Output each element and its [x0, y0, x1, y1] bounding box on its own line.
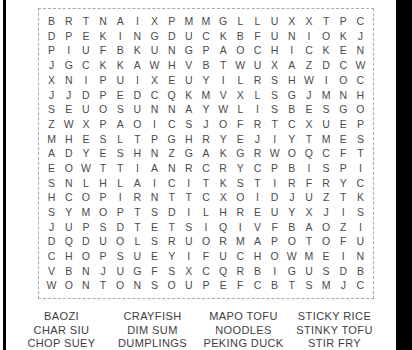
grid-cell-r5c19[interactable]: C [352, 73, 369, 88]
grid-cell-r3c11[interactable]: A [215, 43, 232, 58]
grid-cell-r2c18[interactable]: K [335, 29, 352, 44]
grid-cell-r3c4[interactable]: F [94, 43, 111, 58]
grid-cell-r9c17[interactable]: M [318, 131, 335, 146]
grid-cell-r7c18[interactable]: G [335, 102, 352, 117]
grid-cell-r15c17[interactable]: O [318, 220, 335, 235]
grid-cell-r4c4[interactable]: K [94, 58, 111, 73]
grid-cell-r12c13[interactable]: T [249, 176, 266, 191]
grid-cell-r13c1[interactable]: H [43, 190, 60, 205]
grid-cell-r11c8[interactable]: N [163, 161, 180, 176]
grid-cell-r6c15[interactable]: G [283, 87, 300, 102]
grid-cell-r17c5[interactable]: S [112, 249, 129, 264]
grid-cell-r6c13[interactable]: L [249, 87, 266, 102]
grid-cell-r18c7[interactable]: F [146, 264, 163, 279]
grid-cell-r14c13[interactable]: E [249, 205, 266, 220]
grid-cell-r1c1[interactable]: B [43, 14, 60, 29]
grid-cell-r15c13[interactable]: V [249, 220, 266, 235]
grid-cell-r1c12[interactable]: L [232, 14, 249, 29]
grid-cell-r14c4[interactable]: O [94, 205, 111, 220]
grid-cell-r17c7[interactable]: E [146, 249, 163, 264]
grid-cell-r6c14[interactable]: S [266, 87, 283, 102]
grid-cell-r16c11[interactable]: R [215, 234, 232, 249]
grid-cell-r11c6[interactable]: I [129, 161, 146, 176]
grid-cell-r11c5[interactable]: T [112, 161, 129, 176]
grid-cell-r5c4[interactable]: P [94, 73, 111, 88]
grid-cell-r5c11[interactable]: I [215, 73, 232, 88]
grid-cell-r10c4[interactable]: E [94, 146, 111, 161]
grid-cell-r7c7[interactable]: N [146, 102, 163, 117]
grid-cell-r7c2[interactable]: E [60, 102, 77, 117]
grid-cell-r1c7[interactable]: X [146, 14, 163, 29]
grid-cell-r19c7[interactable]: S [146, 278, 163, 293]
grid-cell-r8c2[interactable]: W [60, 117, 77, 132]
grid-cell-r18c2[interactable]: B [60, 264, 77, 279]
grid-cell-r11c2[interactable]: O [60, 161, 77, 176]
grid-cell-r1c4[interactable]: N [94, 14, 111, 29]
grid-cell-r2c12[interactable]: B [232, 29, 249, 44]
grid-cell-r1c16[interactable]: X [300, 14, 317, 29]
grid-cell-r10c15[interactable]: O [283, 146, 300, 161]
grid-cell-r5c16[interactable]: W [300, 73, 317, 88]
grid-cell-r11c7[interactable]: A [146, 161, 163, 176]
grid-cell-r8c12[interactable]: F [232, 117, 249, 132]
grid-cell-r18c18[interactable]: D [335, 264, 352, 279]
grid-cell-r4c13[interactable]: U [249, 58, 266, 73]
grid-cell-r10c16[interactable]: Q [300, 146, 317, 161]
grid-cell-r7c19[interactable]: O [352, 102, 369, 117]
grid-cell-r17c11[interactable]: U [215, 249, 232, 264]
grid-cell-r16c8[interactable]: R [163, 234, 180, 249]
grid-cell-r6c16[interactable]: J [300, 87, 317, 102]
grid-cell-r2c4[interactable]: K [94, 29, 111, 44]
grid-cell-r13c8[interactable]: T [163, 190, 180, 205]
grid-cell-r2c5[interactable]: I [112, 29, 129, 44]
grid-cell-r5c1[interactable]: X [43, 73, 60, 88]
grid-cell-r1c11[interactable]: G [215, 14, 232, 29]
grid-cell-r8c4[interactable]: P [94, 117, 111, 132]
grid-cell-r12c18[interactable]: Y [335, 176, 352, 191]
grid-cell-r15c2[interactable]: U [60, 220, 77, 235]
grid-cell-r4c5[interactable]: K [112, 58, 129, 73]
grid-cell-r5c6[interactable]: I [129, 73, 146, 88]
grid-cell-r7c5[interactable]: S [112, 102, 129, 117]
grid-cell-r17c14[interactable]: O [266, 249, 283, 264]
grid-cell-r9c12[interactable]: E [232, 131, 249, 146]
grid-cell-r12c3[interactable]: L [77, 176, 94, 191]
grid-cell-r2c15[interactable]: N [283, 29, 300, 44]
grid-cell-r7c4[interactable]: O [94, 102, 111, 117]
grid-cell-r6c19[interactable]: H [352, 87, 369, 102]
grid-cell-r13c6[interactable]: R [129, 190, 146, 205]
grid-cell-r14c8[interactable]: D [163, 205, 180, 220]
grid-cell-r10c13[interactable]: R [249, 146, 266, 161]
grid-cell-r9c19[interactable]: S [352, 131, 369, 146]
grid-cell-r13c2[interactable]: C [60, 190, 77, 205]
grid-cell-r14c18[interactable]: I [335, 205, 352, 220]
grid-cell-r10c5[interactable]: S [112, 146, 129, 161]
grid-cell-r12c12[interactable]: S [232, 176, 249, 191]
grid-cell-r5c7[interactable]: X [146, 73, 163, 88]
grid-cell-r18c9[interactable]: X [180, 264, 197, 279]
grid-cell-r18c19[interactable]: B [352, 264, 369, 279]
grid-cell-r5c18[interactable]: O [335, 73, 352, 88]
grid-cell-r10c18[interactable]: F [335, 146, 352, 161]
grid-cell-r18c12[interactable]: R [232, 264, 249, 279]
grid-cell-r19c12[interactable]: F [232, 278, 249, 293]
grid-cell-r14c17[interactable]: J [318, 205, 335, 220]
grid-cell-r12c16[interactable]: F [300, 176, 317, 191]
grid-cell-r5c14[interactable]: S [266, 73, 283, 88]
grid-cell-r16c3[interactable]: D [77, 234, 94, 249]
grid-cell-r15c12[interactable]: I [232, 220, 249, 235]
grid-cell-r3c19[interactable]: N [352, 43, 369, 58]
grid-cell-r18c15[interactable]: G [283, 264, 300, 279]
grid-cell-r1c2[interactable]: R [60, 14, 77, 29]
grid-cell-r5c10[interactable]: Y [197, 73, 214, 88]
grid-cell-r16c1[interactable]: D [43, 234, 60, 249]
grid-cell-r12c5[interactable]: L [112, 176, 129, 191]
grid-cell-r5c17[interactable]: I [318, 73, 335, 88]
grid-cell-r8c10[interactable]: J [197, 117, 214, 132]
grid-cell-r7c13[interactable]: I [249, 102, 266, 117]
grid-cell-r12c1[interactable]: S [43, 176, 60, 191]
grid-cell-r19c14[interactable]: B [266, 278, 283, 293]
grid-cell-r1c5[interactable]: A [112, 14, 129, 29]
grid-cell-r16c12[interactable]: M [232, 234, 249, 249]
grid-cell-r3c10[interactable]: P [197, 43, 214, 58]
grid-cell-r9c18[interactable]: E [335, 131, 352, 146]
grid-cell-r1c10[interactable]: M [197, 14, 214, 29]
grid-cell-r3c18[interactable]: E [335, 43, 352, 58]
grid-cell-r14c10[interactable]: L [197, 205, 214, 220]
grid-cell-r14c3[interactable]: M [77, 205, 94, 220]
grid-cell-r7c15[interactable]: B [283, 102, 300, 117]
grid-cell-r7c14[interactable]: S [266, 102, 283, 117]
grid-cell-r13c17[interactable]: Z [318, 190, 335, 205]
grid-cell-r9c1[interactable]: M [43, 131, 60, 146]
grid-cell-r2c6[interactable]: N [129, 29, 146, 44]
grid-cell-r7c6[interactable]: U [129, 102, 146, 117]
grid-cell-r9c5[interactable]: L [112, 131, 129, 146]
grid-cell-r18c13[interactable]: B [249, 264, 266, 279]
grid-cell-r19c11[interactable]: E [215, 278, 232, 293]
grid-cell-r6c6[interactable]: D [129, 87, 146, 102]
grid-cell-r2c13[interactable]: F [249, 29, 266, 44]
grid-cell-r4c10[interactable]: B [197, 58, 214, 73]
grid-cell-r2c10[interactable]: C [197, 29, 214, 44]
grid-cell-r1c14[interactable]: U [266, 14, 283, 29]
grid-cell-r14c9[interactable]: I [180, 205, 197, 220]
grid-cell-r1c15[interactable]: X [283, 14, 300, 29]
grid-cell-r16c13[interactable]: A [249, 234, 266, 249]
grid-cell-r6c3[interactable]: D [77, 87, 94, 102]
grid-cell-r3c1[interactable]: P [43, 43, 60, 58]
grid-cell-r5c15[interactable]: H [283, 73, 300, 88]
grid-cell-r4c14[interactable]: X [266, 58, 283, 73]
grid-cell-r13c15[interactable]: J [283, 190, 300, 205]
grid-cell-r15c9[interactable]: S [180, 220, 197, 235]
grid-cell-r6c12[interactable]: X [232, 87, 249, 102]
grid-cell-r9c13[interactable]: J [249, 131, 266, 146]
grid-cell-r16c9[interactable]: U [180, 234, 197, 249]
grid-cell-r1c8[interactable]: P [163, 14, 180, 29]
grid-cell-r9c15[interactable]: Y [283, 131, 300, 146]
grid-cell-r17c19[interactable]: N [352, 249, 369, 264]
grid-cell-r12c6[interactable]: A [129, 176, 146, 191]
grid-cell-r1c3[interactable]: T [77, 14, 94, 29]
grid-cell-r13c7[interactable]: N [146, 190, 163, 205]
grid-cell-r7c10[interactable]: Y [197, 102, 214, 117]
grid-cell-r16c2[interactable]: Q [60, 234, 77, 249]
grid-cell-r1c6[interactable]: I [129, 14, 146, 29]
grid-cell-r19c9[interactable]: U [180, 278, 197, 293]
grid-cell-r7c9[interactable]: A [180, 102, 197, 117]
grid-cell-r13c13[interactable]: I [249, 190, 266, 205]
grid-cell-r12c17[interactable]: R [318, 176, 335, 191]
grid-cell-r13c5[interactable]: I [112, 190, 129, 205]
grid-cell-r9c16[interactable]: T [300, 131, 317, 146]
grid-cell-r6c17[interactable]: M [318, 87, 335, 102]
grid-cell-r13c11[interactable]: X [215, 190, 232, 205]
grid-cell-r11c3[interactable]: W [77, 161, 94, 176]
grid-cell-r3c13[interactable]: C [249, 43, 266, 58]
grid-cell-r18c1[interactable]: V [43, 264, 60, 279]
grid-cell-r15c14[interactable]: F [266, 220, 283, 235]
grid-cell-r12c7[interactable]: I [146, 176, 163, 191]
grid-cell-r17c10[interactable]: F [197, 249, 214, 264]
grid-cell-r2c2[interactable]: P [60, 29, 77, 44]
grid-cell-r19c6[interactable]: N [129, 278, 146, 293]
grid-cell-r7c8[interactable]: N [163, 102, 180, 117]
grid-cell-r2c1[interactable]: D [43, 29, 60, 44]
grid-cell-r15c5[interactable]: D [112, 220, 129, 235]
grid-cell-r11c1[interactable]: E [43, 161, 60, 176]
grid-cell-r4c3[interactable]: C [77, 58, 94, 73]
grid-cell-r8c18[interactable]: E [335, 117, 352, 132]
grid-cell-r19c10[interactable]: P [197, 278, 214, 293]
grid-cell-r9c3[interactable]: E [77, 131, 94, 146]
grid-cell-r19c19[interactable]: C [352, 278, 369, 293]
grid-cell-r15c6[interactable]: T [129, 220, 146, 235]
grid-cell-r10c9[interactable]: G [180, 146, 197, 161]
grid-cell-r12c2[interactable]: N [60, 176, 77, 191]
grid-cell-r4c2[interactable]: G [60, 58, 77, 73]
grid-cell-r18c11[interactable]: Q [215, 264, 232, 279]
grid-cell-r13c18[interactable]: T [335, 190, 352, 205]
grid-cell-r1c19[interactable]: C [352, 14, 369, 29]
grid-cell-r5c5[interactable]: U [112, 73, 129, 88]
grid-cell-r5c3[interactable]: I [77, 73, 94, 88]
grid-cell-r3c14[interactable]: H [266, 43, 283, 58]
grid-cell-r19c16[interactable]: S [300, 278, 317, 293]
grid-cell-r8c8[interactable]: C [163, 117, 180, 132]
grid-cell-r16c7[interactable]: S [146, 234, 163, 249]
grid-cell-r10c12[interactable]: G [232, 146, 249, 161]
grid-cell-r4c7[interactable]: W [146, 58, 163, 73]
grid-cell-r19c8[interactable]: O [163, 278, 180, 293]
grid-cell-r9c4[interactable]: S [94, 131, 111, 146]
grid-cell-r14c16[interactable]: X [300, 205, 317, 220]
grid-cell-r4c12[interactable]: W [232, 58, 249, 73]
grid-cell-r10c1[interactable]: A [43, 146, 60, 161]
grid-cell-r11c11[interactable]: R [215, 161, 232, 176]
grid-cell-r5c12[interactable]: L [232, 73, 249, 88]
grid-cell-r9c6[interactable]: T [129, 131, 146, 146]
grid-cell-r13c4[interactable]: P [94, 190, 111, 205]
grid-cell-r2c17[interactable]: O [318, 29, 335, 44]
grid-cell-r12c11[interactable]: K [215, 176, 232, 191]
grid-cell-r14c6[interactable]: T [129, 205, 146, 220]
grid-cell-r1c18[interactable]: P [335, 14, 352, 29]
grid-cell-r4c18[interactable]: C [335, 58, 352, 73]
grid-cell-r19c18[interactable]: J [335, 278, 352, 293]
grid-cell-r8c1[interactable]: Z [43, 117, 60, 132]
grid-cell-r15c4[interactable]: S [94, 220, 111, 235]
grid-cell-r12c8[interactable]: C [163, 176, 180, 191]
grid-cell-r10c3[interactable]: Y [77, 146, 94, 161]
grid-cell-r13c16[interactable]: U [300, 190, 317, 205]
grid-cell-r8c3[interactable]: X [77, 117, 94, 132]
grid-cell-r16c18[interactable]: F [335, 234, 352, 249]
grid-cell-r18c4[interactable]: J [94, 264, 111, 279]
grid-cell-r13c9[interactable]: T [180, 190, 197, 205]
grid-cell-r11c12[interactable]: Y [232, 161, 249, 176]
grid-cell-r14c5[interactable]: P [112, 205, 129, 220]
grid-cell-r12c14[interactable]: I [266, 176, 283, 191]
grid-cell-r11c13[interactable]: C [249, 161, 266, 176]
grid-cell-r18c5[interactable]: U [112, 264, 129, 279]
grid-cell-r11c19[interactable]: I [352, 161, 369, 176]
grid-cell-r17c18[interactable]: I [335, 249, 352, 264]
grid-cell-r13c3[interactable]: O [77, 190, 94, 205]
grid-cell-r7c1[interactable]: S [43, 102, 60, 117]
grid-cell-r16c19[interactable]: U [352, 234, 369, 249]
grid-cell-r5c8[interactable]: E [163, 73, 180, 88]
grid-cell-r14c7[interactable]: S [146, 205, 163, 220]
grid-cell-r3c15[interactable]: I [283, 43, 300, 58]
grid-cell-r3c12[interactable]: O [232, 43, 249, 58]
grid-cell-r15c7[interactable]: E [146, 220, 163, 235]
grid-cell-r3c6[interactable]: K [129, 43, 146, 58]
grid-cell-r10c6[interactable]: H [129, 146, 146, 161]
grid-cell-r11c14[interactable]: P [266, 161, 283, 176]
grid-cell-r10c2[interactable]: D [60, 146, 77, 161]
grid-cell-r8c9[interactable]: S [180, 117, 197, 132]
grid-cell-r18c14[interactable]: I [266, 264, 283, 279]
grid-cell-r2c19[interactable]: J [352, 29, 369, 44]
grid-cell-r17c2[interactable]: H [60, 249, 77, 264]
grid-cell-r8c6[interactable]: O [129, 117, 146, 132]
grid-cell-r16c17[interactable]: O [318, 234, 335, 249]
grid-cell-r18c6[interactable]: G [129, 264, 146, 279]
grid-cell-r16c16[interactable]: T [300, 234, 317, 249]
grid-cell-r14c19[interactable]: S [352, 205, 369, 220]
grid-cell-r4c15[interactable]: A [283, 58, 300, 73]
grid-cell-r15c19[interactable]: I [352, 220, 369, 235]
grid-cell-r16c10[interactable]: O [197, 234, 214, 249]
grid-cell-r14c14[interactable]: U [266, 205, 283, 220]
grid-cell-r6c4[interactable]: P [94, 87, 111, 102]
grid-cell-r18c16[interactable]: U [300, 264, 317, 279]
grid-cell-r1c9[interactable]: M [180, 14, 197, 29]
grid-cell-r15c10[interactable]: I [197, 220, 214, 235]
grid-cell-r9c10[interactable]: R [197, 131, 214, 146]
grid-cell-r6c10[interactable]: M [197, 87, 214, 102]
grid-cell-r12c15[interactable]: R [283, 176, 300, 191]
grid-cell-r5c9[interactable]: U [180, 73, 197, 88]
grid-cell-r9c14[interactable]: I [266, 131, 283, 146]
grid-cell-r19c3[interactable]: N [77, 278, 94, 293]
grid-cell-r16c6[interactable]: L [129, 234, 146, 249]
grid-cell-r10c10[interactable]: A [197, 146, 214, 161]
grid-cell-r16c4[interactable]: U [94, 234, 111, 249]
grid-cell-r6c9[interactable]: K [180, 87, 197, 102]
grid-cell-r12c4[interactable]: H [94, 176, 111, 191]
grid-cell-r11c4[interactable]: T [94, 161, 111, 176]
grid-cell-r17c17[interactable]: E [318, 249, 335, 264]
grid-cell-r17c12[interactable]: C [232, 249, 249, 264]
grid-cell-r8c19[interactable]: P [352, 117, 369, 132]
grid-cell-r13c10[interactable]: C [197, 190, 214, 205]
grid-cell-r11c15[interactable]: B [283, 161, 300, 176]
grid-cell-r17c16[interactable]: M [300, 249, 317, 264]
grid-cell-r11c18[interactable]: P [335, 161, 352, 176]
grid-cell-r5c2[interactable]: N [60, 73, 77, 88]
grid-cell-r14c12[interactable]: R [232, 205, 249, 220]
grid-cell-r2c11[interactable]: K [215, 29, 232, 44]
grid-cell-r11c17[interactable]: S [318, 161, 335, 176]
grid-cell-r4c8[interactable]: H [163, 58, 180, 73]
grid-cell-r19c1[interactable]: W [43, 278, 60, 293]
grid-cell-r13c14[interactable]: D [266, 190, 283, 205]
grid-cell-r10c17[interactable]: C [318, 146, 335, 161]
grid-cell-r4c16[interactable]: Z [300, 58, 317, 73]
grid-cell-r4c6[interactable]: A [129, 58, 146, 73]
grid-cell-r6c7[interactable]: C [146, 87, 163, 102]
grid-cell-r3c17[interactable]: K [318, 43, 335, 58]
grid-cell-r15c11[interactable]: Q [215, 220, 232, 235]
grid-cell-r8c7[interactable]: I [146, 117, 163, 132]
grid-cell-r4c19[interactable]: W [352, 58, 369, 73]
grid-cell-r6c2[interactable]: J [60, 87, 77, 102]
grid-cell-r7c11[interactable]: W [215, 102, 232, 117]
grid-cell-r17c9[interactable]: I [180, 249, 197, 264]
grid-cell-r8c5[interactable]: A [112, 117, 129, 132]
grid-cell-r2c8[interactable]: D [163, 29, 180, 44]
grid-cell-r11c10[interactable]: C [197, 161, 214, 176]
grid-cell-r18c10[interactable]: C [197, 264, 214, 279]
grid-cell-r19c2[interactable]: O [60, 278, 77, 293]
grid-cell-r9c2[interactable]: H [60, 131, 77, 146]
grid-cell-r2c16[interactable]: I [300, 29, 317, 44]
grid-cell-r9c11[interactable]: Y [215, 131, 232, 146]
grid-cell-r19c13[interactable]: C [249, 278, 266, 293]
grid-cell-r16c15[interactable]: O [283, 234, 300, 249]
grid-cell-r17c13[interactable]: H [249, 249, 266, 264]
grid-cell-r9c8[interactable]: G [163, 131, 180, 146]
grid-cell-r2c14[interactable]: U [266, 29, 283, 44]
grid-cell-r10c7[interactable]: N [146, 146, 163, 161]
grid-cell-r4c1[interactable]: J [43, 58, 60, 73]
grid-cell-r3c5[interactable]: B [112, 43, 129, 58]
grid-cell-r1c13[interactable]: L [249, 14, 266, 29]
grid-cell-r4c9[interactable]: V [180, 58, 197, 73]
grid-cell-r17c4[interactable]: P [94, 249, 111, 264]
grid-cell-r10c11[interactable]: K [215, 146, 232, 161]
grid-cell-r14c2[interactable]: Y [60, 205, 77, 220]
grid-cell-r10c8[interactable]: Z [163, 146, 180, 161]
grid-cell-r4c17[interactable]: D [318, 58, 335, 73]
